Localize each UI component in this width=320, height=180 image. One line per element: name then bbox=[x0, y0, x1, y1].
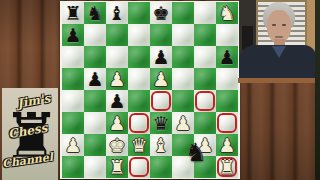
square-a4[interactable] bbox=[62, 90, 84, 112]
square-f5[interactable] bbox=[172, 68, 194, 90]
piece-white-bishop-e2[interactable]: ♝ bbox=[150, 134, 172, 156]
piece-white-king-c2[interactable]: ♚ bbox=[106, 134, 128, 156]
square-c8[interactable]: ♝ bbox=[106, 2, 128, 24]
square-d7[interactable] bbox=[128, 24, 150, 46]
square-g7[interactable] bbox=[194, 24, 216, 46]
piece-white-pawn-c5[interactable]: ♟ bbox=[106, 68, 128, 90]
square-d1[interactable] bbox=[128, 156, 150, 178]
square-d3[interactable] bbox=[128, 112, 150, 134]
square-d6[interactable] bbox=[128, 46, 150, 68]
piece-white-queen-d2[interactable]: ♛ bbox=[128, 134, 150, 156]
channel-logo: ♜ Jim's Chess Channel bbox=[2, 88, 58, 180]
square-c1[interactable]: ♜ bbox=[106, 156, 128, 178]
desk-edge bbox=[238, 78, 316, 83]
square-c3[interactable]: ♟ bbox=[106, 112, 128, 134]
square-h8[interactable]: ♞ bbox=[216, 2, 238, 24]
video-frame: ♜♞♝♚♞♟♟♟♟♟♟♟♟♛♟♟♚♛♝♟♟♜♜♞ ♜ Jim's Chess C… bbox=[0, 0, 320, 180]
square-g6[interactable] bbox=[194, 46, 216, 68]
square-d2[interactable]: ♛ bbox=[128, 134, 150, 156]
square-g3[interactable] bbox=[194, 112, 216, 134]
piece-white-pawn-a2[interactable]: ♟ bbox=[62, 134, 84, 156]
square-h5[interactable] bbox=[216, 68, 238, 90]
square-c2[interactable]: ♚ bbox=[106, 134, 128, 156]
square-c6[interactable] bbox=[106, 46, 128, 68]
square-a8[interactable]: ♜ bbox=[62, 2, 84, 24]
presenter-eye-right bbox=[282, 24, 286, 26]
square-b3[interactable] bbox=[84, 112, 106, 134]
piece-black-pawn-e6[interactable]: ♟ bbox=[150, 46, 172, 68]
red-ring-d1 bbox=[129, 157, 149, 177]
square-h3[interactable] bbox=[216, 112, 238, 134]
square-b7[interactable] bbox=[84, 24, 106, 46]
square-c4[interactable]: ♟ bbox=[106, 90, 128, 112]
square-b6[interactable] bbox=[84, 46, 106, 68]
square-e6[interactable]: ♟ bbox=[150, 46, 172, 68]
square-a6[interactable] bbox=[62, 46, 84, 68]
presenter-eye-left bbox=[272, 24, 276, 26]
piece-black-king-e8[interactable]: ♚ bbox=[150, 2, 172, 24]
square-g5[interactable] bbox=[194, 68, 216, 90]
black-knight-floating[interactable]: ♞ bbox=[183, 140, 209, 166]
presenter-mouth bbox=[275, 36, 283, 38]
square-b5[interactable]: ♟ bbox=[84, 68, 106, 90]
red-ring-e4 bbox=[151, 91, 171, 111]
red-ring-h3 bbox=[217, 113, 237, 133]
square-a7[interactable]: ♟ bbox=[62, 24, 84, 46]
piece-black-queen-e3[interactable]: ♛ bbox=[150, 112, 172, 134]
square-a2[interactable]: ♟ bbox=[62, 134, 84, 156]
square-d8[interactable] bbox=[128, 2, 150, 24]
chess-board[interactable]: ♜♞♝♚♞♟♟♟♟♟♟♟♟♛♟♟♚♛♝♟♟♜♜♞ bbox=[60, 1, 240, 179]
piece-black-bishop-c8[interactable]: ♝ bbox=[106, 2, 128, 24]
square-b4[interactable] bbox=[84, 90, 106, 112]
square-a3[interactable] bbox=[62, 112, 84, 134]
square-e3[interactable]: ♛ bbox=[150, 112, 172, 134]
piece-black-pawn-a7[interactable]: ♟ bbox=[62, 24, 84, 46]
square-d5[interactable] bbox=[128, 68, 150, 90]
square-b2[interactable] bbox=[84, 134, 106, 156]
square-e7[interactable] bbox=[150, 24, 172, 46]
webcam-overlay bbox=[239, 0, 316, 78]
board-grid: ♜♞♝♚♞♟♟♟♟♟♟♟♟♛♟♟♚♛♝♟♟♜♜♞ bbox=[62, 2, 238, 178]
piece-black-rook-a8[interactable]: ♜ bbox=[62, 2, 84, 24]
square-h1[interactable]: ♜ bbox=[216, 156, 238, 178]
red-ring-g4 bbox=[195, 91, 215, 111]
piece-white-pawn-h2[interactable]: ♟ bbox=[216, 134, 238, 156]
square-c7[interactable] bbox=[106, 24, 128, 46]
red-ring-d3 bbox=[129, 113, 149, 133]
piece-white-pawn-f3[interactable]: ♟ bbox=[172, 112, 194, 134]
square-e4[interactable] bbox=[150, 90, 172, 112]
square-a1[interactable] bbox=[62, 156, 84, 178]
piece-white-pawn-e5[interactable]: ♟ bbox=[150, 68, 172, 90]
square-f8[interactable] bbox=[172, 2, 194, 24]
piece-black-knight-b8[interactable]: ♞ bbox=[84, 2, 106, 24]
square-b1[interactable] bbox=[84, 156, 106, 178]
square-f7[interactable] bbox=[172, 24, 194, 46]
square-h2[interactable]: ♟ bbox=[216, 134, 238, 156]
square-h6[interactable]: ♟ bbox=[216, 46, 238, 68]
square-b8[interactable]: ♞ bbox=[84, 2, 106, 24]
square-g8[interactable] bbox=[194, 2, 216, 24]
square-f3[interactable]: ♟ bbox=[172, 112, 194, 134]
square-f6[interactable] bbox=[172, 46, 194, 68]
piece-white-knight-h8[interactable]: ♞ bbox=[216, 2, 238, 24]
piece-white-pawn-c3[interactable]: ♟ bbox=[106, 112, 128, 134]
square-e1[interactable] bbox=[150, 156, 172, 178]
square-e5[interactable]: ♟ bbox=[150, 68, 172, 90]
square-e2[interactable]: ♝ bbox=[150, 134, 172, 156]
piece-black-pawn-c4[interactable]: ♟ bbox=[106, 90, 128, 112]
square-h4[interactable] bbox=[216, 90, 238, 112]
piece-white-rook-c1[interactable]: ♜ bbox=[106, 156, 128, 178]
piece-black-pawn-b5[interactable]: ♟ bbox=[84, 68, 106, 90]
square-a5[interactable] bbox=[62, 68, 84, 90]
square-f4[interactable] bbox=[172, 90, 194, 112]
square-d4[interactable] bbox=[128, 90, 150, 112]
square-c5[interactable]: ♟ bbox=[106, 68, 128, 90]
screen-right-edge bbox=[315, 0, 320, 180]
piece-black-pawn-h6[interactable]: ♟ bbox=[216, 46, 238, 68]
square-h7[interactable] bbox=[216, 24, 238, 46]
square-g4[interactable] bbox=[194, 90, 216, 112]
piece-white-rook-h1[interactable]: ♜ bbox=[216, 156, 238, 178]
square-e8[interactable]: ♚ bbox=[150, 2, 172, 24]
